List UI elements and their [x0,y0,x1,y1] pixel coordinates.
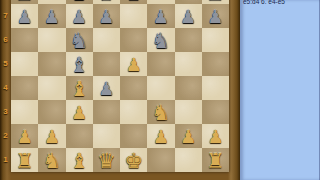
square-f4[interactable] [147,76,174,100]
piece-black-pawn[interactable]: ♟ [175,5,202,29]
piece-white-rook[interactable]: ♜ [202,149,229,173]
rank-label-1: 1 [0,148,11,172]
piece-black-knight[interactable]: ♞ [66,29,93,53]
square-c2[interactable] [66,124,93,148]
piece-white-pawn[interactable]: ♟ [147,125,174,149]
rank-label-strip: 87654321 [0,0,11,172]
square-e6[interactable] [120,28,147,52]
piece-black-pawn[interactable]: ♟ [11,5,38,29]
rank-label-5: 5 [0,52,11,76]
square-e3[interactable] [120,100,147,124]
square-f5[interactable] [147,52,174,76]
piece-black-bishop[interactable]: ♝ [66,53,93,77]
piece-white-rook[interactable]: ♜ [11,149,38,173]
square-d5[interactable] [93,52,120,76]
square-c1[interactable]: ♝ [66,148,93,172]
piece-white-pawn[interactable]: ♟ [120,53,147,77]
square-b4[interactable] [38,76,65,100]
piece-black-pawn[interactable]: ♟ [66,5,93,29]
square-a1[interactable]: ♜ [11,148,38,172]
rank-label-7: 7 [0,4,11,28]
square-h1[interactable]: ♜ [202,148,229,172]
square-g4[interactable] [175,76,202,100]
square-a2[interactable]: ♟ [11,124,38,148]
piece-white-knight[interactable]: ♞ [38,149,65,173]
square-f7[interactable]: ♟ [147,4,174,28]
square-b1[interactable]: ♞ [38,148,65,172]
square-b3[interactable] [38,100,65,124]
piece-black-pawn[interactable]: ♟ [202,5,229,29]
square-b6[interactable] [38,28,65,52]
square-c4[interactable]: ♝ [66,76,93,100]
piece-white-pawn[interactable]: ♟ [66,101,93,125]
rank-label-2: 2 [0,124,11,148]
square-g7[interactable]: ♟ [175,4,202,28]
rank-label-4: 4 [0,76,11,100]
square-e7[interactable] [120,4,147,28]
square-h3[interactable] [202,100,229,124]
move-list-panel[interactable]: e5:d4 6. e4-e5 [240,0,320,180]
square-h7[interactable]: ♟ [202,4,229,28]
chess-board[interactable]: ♜♝♛♚♜♟♟♟♟♟♟♟♞♞♝♟♝♟♟♞♟♟♟♟♟♜♞♝♛♚♜ [11,0,229,172]
square-c3[interactable]: ♟ [66,100,93,124]
square-g6[interactable] [175,28,202,52]
square-e1[interactable]: ♚ [120,148,147,172]
rank-label-3: 3 [0,100,11,124]
piece-white-bishop[interactable]: ♝ [66,77,93,101]
piece-black-pawn[interactable]: ♟ [147,5,174,29]
square-d6[interactable] [93,28,120,52]
rank-label-6: 6 [0,28,11,52]
square-c7[interactable]: ♟ [66,4,93,28]
piece-black-knight[interactable]: ♞ [147,29,174,53]
piece-black-pawn[interactable]: ♟ [93,5,120,29]
square-b5[interactable] [38,52,65,76]
square-b2[interactable]: ♟ [38,124,65,148]
square-e4[interactable] [120,76,147,100]
square-a4[interactable] [11,76,38,100]
square-f3[interactable]: ♞ [147,100,174,124]
square-d4[interactable]: ♟ [93,76,120,100]
piece-white-pawn[interactable]: ♟ [11,125,38,149]
square-c6[interactable]: ♞ [66,28,93,52]
chess-app-window: 87654321 ♜♝♛♚♜♟♟♟♟♟♟♟♞♞♝♟♝♟♟♞♟♟♟♟♟♜♞♝♛♚♜… [0,0,320,180]
square-d3[interactable] [93,100,120,124]
piece-white-pawn[interactable]: ♟ [38,125,65,149]
square-g3[interactable] [175,100,202,124]
square-d7[interactable]: ♟ [93,4,120,28]
square-g5[interactable] [175,52,202,76]
square-h5[interactable] [202,52,229,76]
square-a3[interactable] [11,100,38,124]
piece-white-bishop[interactable]: ♝ [66,149,93,173]
square-e5[interactable]: ♟ [120,52,147,76]
square-h4[interactable] [202,76,229,100]
square-c5[interactable]: ♝ [66,52,93,76]
piece-white-pawn[interactable]: ♟ [175,125,202,149]
square-h2[interactable]: ♟ [202,124,229,148]
move-text: e5:d4 6. e4-e5 [243,0,285,6]
square-g1[interactable] [175,148,202,172]
square-d1[interactable]: ♛ [93,148,120,172]
piece-white-queen[interactable]: ♛ [93,149,120,173]
piece-white-knight[interactable]: ♞ [147,101,174,125]
square-f2[interactable]: ♟ [147,124,174,148]
square-b7[interactable]: ♟ [38,4,65,28]
square-h6[interactable] [202,28,229,52]
piece-black-pawn[interactable]: ♟ [38,5,65,29]
square-a5[interactable] [11,52,38,76]
square-e2[interactable] [120,124,147,148]
square-d2[interactable] [93,124,120,148]
square-a7[interactable]: ♟ [11,4,38,28]
piece-white-pawn[interactable]: ♟ [202,125,229,149]
piece-black-pawn[interactable]: ♟ [93,77,120,101]
square-a6[interactable] [11,28,38,52]
square-g2[interactable]: ♟ [175,124,202,148]
square-f1[interactable] [147,148,174,172]
piece-white-king[interactable]: ♚ [120,149,147,173]
square-f6[interactable]: ♞ [147,28,174,52]
